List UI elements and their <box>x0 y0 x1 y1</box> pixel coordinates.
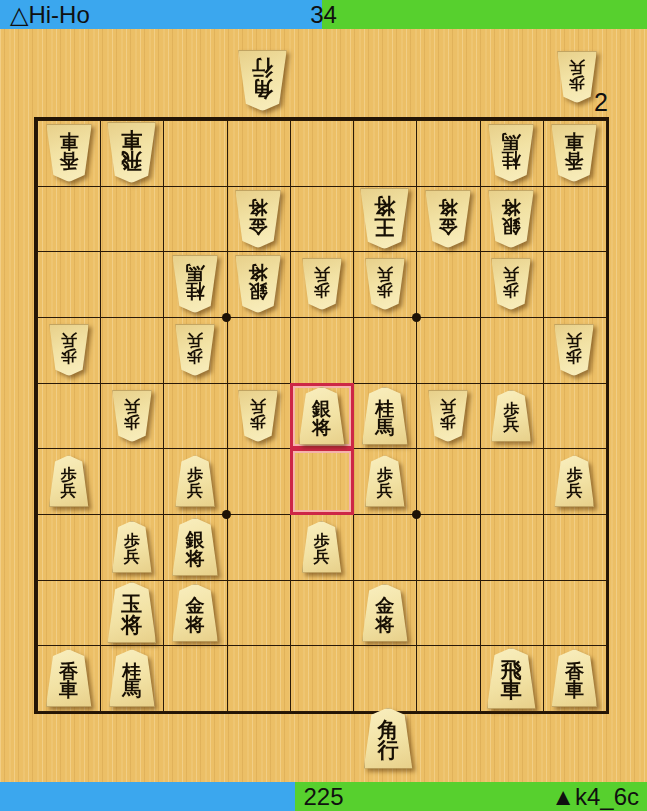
koma-5e[interactable]: 銀将 <box>299 387 345 445</box>
gote-bar-value: 34 <box>0 0 647 29</box>
square-2d[interactable] <box>480 317 544 384</box>
koma-7f[interactable]: 歩兵 <box>175 455 215 507</box>
koma-2a[interactable]: 桂馬 <box>488 124 534 182</box>
koma-3b[interactable]: 金将 <box>425 190 471 248</box>
gote-hand-pawn-count: 2 <box>594 88 608 117</box>
koma-5g[interactable]: 歩兵 <box>302 521 342 573</box>
square-2f[interactable] <box>480 448 544 515</box>
koma-9a[interactable]: 香車 <box>46 124 92 182</box>
square-4a[interactable] <box>353 120 417 187</box>
koma-1d[interactable]: 歩兵 <box>554 324 594 376</box>
square-5h[interactable] <box>290 580 354 647</box>
square-4d[interactable] <box>353 317 417 384</box>
square-1b[interactable] <box>543 186 607 253</box>
square-3i[interactable] <box>416 645 480 712</box>
koma-6e[interactable]: 歩兵 <box>238 390 278 442</box>
shogi-board: 香車飛車桂馬香車金将王将金将銀将桂馬銀将歩兵歩兵歩兵歩兵歩兵歩兵歩兵歩兵銀将桂馬… <box>34 117 609 714</box>
koma-2b[interactable]: 銀将 <box>488 190 534 248</box>
square-1c[interactable] <box>543 251 607 318</box>
koma-4f[interactable]: 歩兵 <box>365 455 405 507</box>
square-3a[interactable] <box>416 120 480 187</box>
square-9h[interactable] <box>37 580 101 647</box>
koma-8h[interactable]: 玉将 <box>107 582 156 643</box>
square-7a[interactable] <box>163 120 227 187</box>
square-5b[interactable] <box>290 186 354 253</box>
square-6a[interactable] <box>227 120 291 187</box>
sente-player-name: ▲k4_6c <box>551 782 639 811</box>
koma-6b[interactable]: 金将 <box>235 190 281 248</box>
square-2h[interactable] <box>480 580 544 647</box>
sente-hand-角行[interactable]: 角行 <box>364 708 413 769</box>
hoshi-dot <box>222 510 231 519</box>
square-5i[interactable] <box>290 645 354 712</box>
koma-7g[interactable]: 銀将 <box>172 518 218 576</box>
hoshi-dot <box>412 313 421 322</box>
gote-hand-角行[interactable]: 角行 <box>238 50 287 111</box>
koma-9i[interactable]: 香車 <box>46 649 92 707</box>
square-6h[interactable] <box>227 580 291 647</box>
square-3d[interactable] <box>416 317 480 384</box>
square-7i[interactable] <box>163 645 227 712</box>
highlight-square-5f <box>290 448 354 515</box>
koma-2i[interactable]: 飛車 <box>487 648 536 709</box>
square-3h[interactable] <box>416 580 480 647</box>
board-grid: 香車飛車桂馬香車金将王将金将銀将桂馬銀将歩兵歩兵歩兵歩兵歩兵歩兵歩兵歩兵銀将桂馬… <box>37 120 606 711</box>
square-3c[interactable] <box>416 251 480 318</box>
koma-1a[interactable]: 香車 <box>551 124 597 182</box>
hoshi-dot <box>222 313 231 322</box>
square-1e[interactable] <box>543 383 607 450</box>
square-9e[interactable] <box>37 383 101 450</box>
square-4g[interactable] <box>353 514 417 581</box>
koma-4c[interactable]: 歩兵 <box>365 258 405 310</box>
square-2g[interactable] <box>480 514 544 581</box>
koma-8g[interactable]: 歩兵 <box>112 521 152 573</box>
square-6f[interactable] <box>227 448 291 515</box>
koma-7c[interactable]: 桂馬 <box>172 255 218 313</box>
koma-2c[interactable]: 歩兵 <box>491 258 531 310</box>
square-7b[interactable] <box>163 186 227 253</box>
koma-8a[interactable]: 飛車 <box>107 122 156 183</box>
sente-bar-value: 225 <box>0 782 647 811</box>
square-9b[interactable] <box>37 186 101 253</box>
square-3f[interactable] <box>416 448 480 515</box>
koma-8e[interactable]: 歩兵 <box>112 390 152 442</box>
square-8f[interactable] <box>100 448 164 515</box>
koma-1i[interactable]: 香車 <box>551 649 597 707</box>
koma-1f[interactable]: 歩兵 <box>554 455 594 507</box>
square-6i[interactable] <box>227 645 291 712</box>
square-5d[interactable] <box>290 317 354 384</box>
koma-4e[interactable]: 桂馬 <box>362 387 408 445</box>
square-9c[interactable] <box>37 251 101 318</box>
square-6d[interactable] <box>227 317 291 384</box>
square-9g[interactable] <box>37 514 101 581</box>
koma-9f[interactable]: 歩兵 <box>49 455 89 507</box>
square-5a[interactable] <box>290 120 354 187</box>
square-8d[interactable] <box>100 317 164 384</box>
koma-7d[interactable]: 歩兵 <box>175 324 215 376</box>
square-4i[interactable] <box>353 645 417 712</box>
koma-9d[interactable]: 歩兵 <box>49 324 89 376</box>
gote-hand-歩兵[interactable]: 歩兵 <box>557 51 597 103</box>
koma-8i[interactable]: 桂馬 <box>109 649 155 707</box>
square-1g[interactable] <box>543 514 607 581</box>
sente-info-bar: 225 ▲k4_6c <box>0 782 647 811</box>
square-1h[interactable] <box>543 580 607 647</box>
koma-4b[interactable]: 王将 <box>360 188 409 249</box>
koma-3e[interactable]: 歩兵 <box>428 390 468 442</box>
square-3g[interactable] <box>416 514 480 581</box>
gote-info-bar: △Hi-Ho 34 <box>0 0 647 29</box>
hoshi-dot <box>412 510 421 519</box>
square-6g[interactable] <box>227 514 291 581</box>
square-7e[interactable] <box>163 383 227 450</box>
koma-6c[interactable]: 銀将 <box>235 255 281 313</box>
koma-2e[interactable]: 歩兵 <box>491 390 531 442</box>
koma-5c[interactable]: 歩兵 <box>302 258 342 310</box>
square-8c[interactable] <box>100 251 164 318</box>
koma-4h[interactable]: 金将 <box>362 584 408 642</box>
square-8b[interactable] <box>100 186 164 253</box>
koma-7h[interactable]: 金将 <box>172 584 218 642</box>
